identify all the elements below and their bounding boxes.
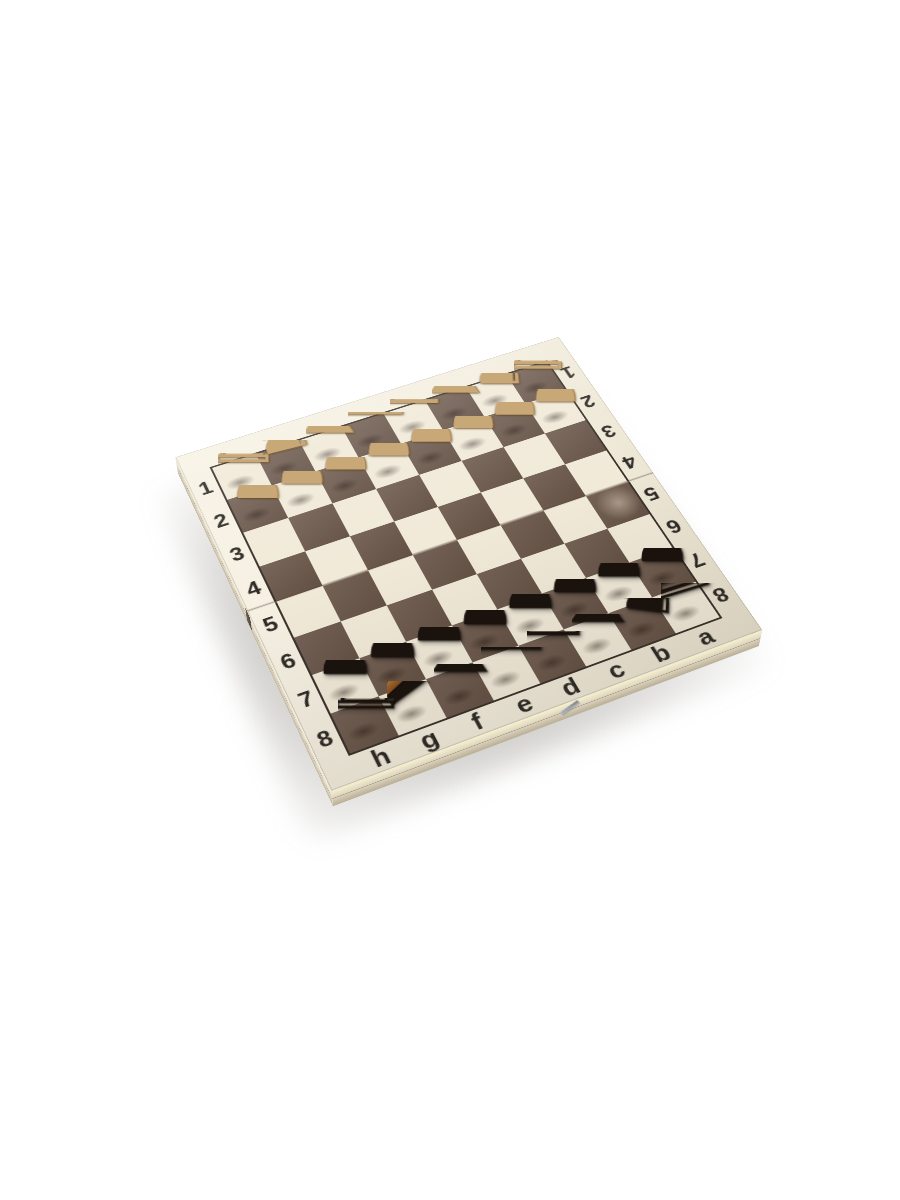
chess-set-photo: 1234567812345678hgfedcba ♜♞♝♛♚♝♞♜♟♟♟♟♟♟♟… — [235, 318, 679, 762]
rook-icon: ♜ — [318, 620, 411, 724]
folding-chess-board: 1234567812345678hgfedcba ♜♞♝♛♚♝♞♜♟♟♟♟♟♟♟… — [175, 337, 762, 791]
square-h4 — [260, 551, 323, 601]
square-g4 — [305, 536, 368, 585]
